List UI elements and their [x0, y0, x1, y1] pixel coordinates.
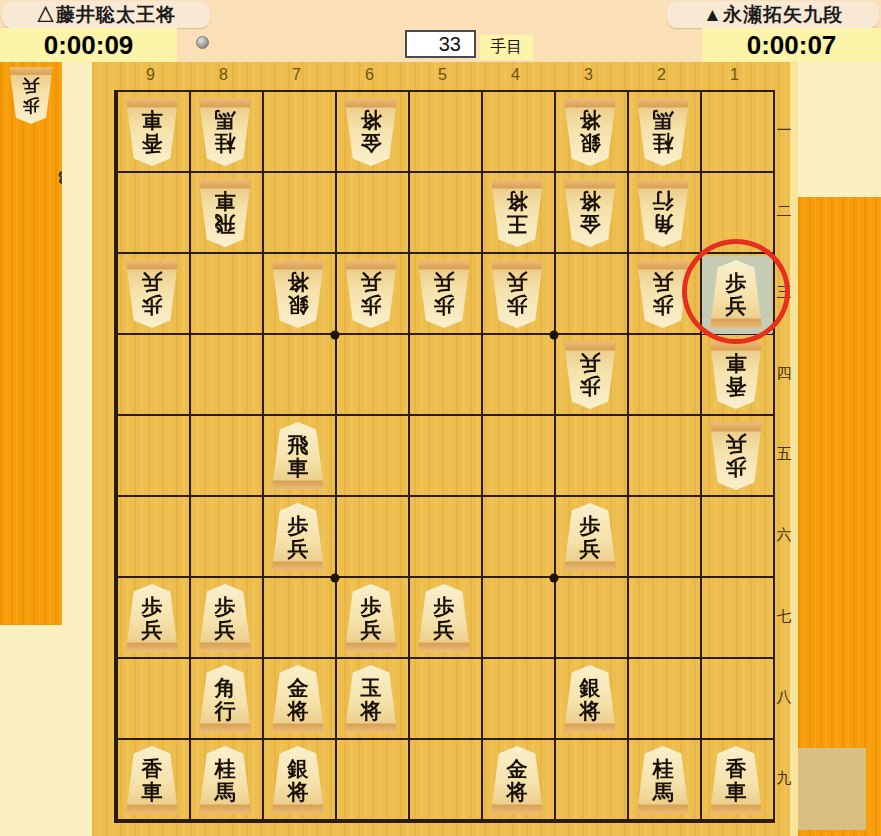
- left-gap-strip: [62, 62, 92, 836]
- move-suffix-label: 手目: [480, 35, 533, 60]
- shogi-piece-1九[interactable]: 香車: [707, 746, 765, 814]
- gote-clock: 0:00:09: [0, 28, 177, 62]
- shogi-board: 香車桂馬金将銀将桂馬飛車王将金将角行歩兵銀将歩兵歩兵歩兵歩兵歩兵歩兵香車飛車歩兵…: [92, 62, 790, 836]
- shogi-piece-9九[interactable]: 香車: [123, 746, 181, 814]
- shogi-piece-4九[interactable]: 金将: [488, 746, 546, 814]
- shogi-app: △藤井聡太王将 ▲永瀬拓矢九段 0:00:09 0:00:07 33 手目 歩兵…: [0, 0, 881, 836]
- shogi-piece-4三[interactable]: 歩兵: [488, 260, 546, 328]
- sente-hand-tray: [798, 748, 866, 830]
- file-label-9: 9: [141, 66, 161, 84]
- shogi-piece-6三[interactable]: 歩兵: [342, 260, 400, 328]
- shogi-piece-2一[interactable]: 桂馬: [634, 98, 692, 166]
- hoshi-dot: [331, 574, 340, 583]
- gote-hand-pawn[interactable]: 歩兵: [7, 67, 55, 124]
- sente-name-plate: ▲永瀬拓矢九段: [667, 1, 879, 28]
- rank-label-2: 二: [776, 202, 792, 221]
- shogi-piece-4二[interactable]: 王将: [488, 179, 546, 247]
- file-label-8: 8: [214, 66, 234, 84]
- shogi-piece-3一[interactable]: 銀将: [561, 98, 619, 166]
- rank-label-5: 五: [776, 445, 792, 464]
- gote-name-plate: △藤井聡太王将: [2, 1, 210, 28]
- shogi-piece-1四[interactable]: 香車: [707, 341, 765, 409]
- shogi-piece-8七[interactable]: 歩兵: [196, 584, 254, 652]
- shogi-piece-3八[interactable]: 銀将: [561, 665, 619, 733]
- last-move-circle: [682, 239, 790, 344]
- shogi-piece-3六[interactable]: 歩兵: [561, 503, 619, 571]
- move-number-box[interactable]: 33: [405, 30, 476, 58]
- file-label-7: 7: [287, 66, 307, 84]
- file-label-2: 2: [652, 66, 672, 84]
- shogi-piece-7六[interactable]: 歩兵: [269, 503, 327, 571]
- file-label-3: 3: [579, 66, 599, 84]
- shogi-piece-2二[interactable]: 角行: [634, 179, 692, 247]
- rank-label-4: 四: [776, 364, 792, 383]
- gote-hand-tray: 歩兵 3: [0, 62, 62, 625]
- shogi-piece-7九[interactable]: 銀将: [269, 746, 327, 814]
- move-indicator-ball: [196, 36, 209, 49]
- shogi-piece-3二[interactable]: 金将: [561, 179, 619, 247]
- hoshi-dot: [331, 331, 340, 340]
- rank-label-9: 九: [776, 769, 792, 788]
- shogi-piece-2九[interactable]: 桂馬: [634, 746, 692, 814]
- board-grid[interactable]: 香車桂馬金将銀将桂馬飛車王将金将角行歩兵銀将歩兵歩兵歩兵歩兵歩兵歩兵香車飛車歩兵…: [114, 90, 775, 823]
- hoshi-dot: [550, 574, 559, 583]
- shogi-piece-7五[interactable]: 飛車: [269, 422, 327, 490]
- hoshi-dot: [550, 331, 559, 340]
- rank-label-8: 八: [776, 688, 792, 707]
- shogi-piece-5三[interactable]: 歩兵: [415, 260, 473, 328]
- right-orange-panel: [798, 197, 881, 836]
- shogi-piece-8一[interactable]: 桂馬: [196, 98, 254, 166]
- shogi-piece-8八[interactable]: 角行: [196, 665, 254, 733]
- shogi-piece-9一[interactable]: 香車: [123, 98, 181, 166]
- shogi-piece-7三[interactable]: 銀将: [269, 260, 327, 328]
- file-label-1: 1: [725, 66, 745, 84]
- shogi-piece-1五[interactable]: 歩兵: [707, 422, 765, 490]
- shogi-piece-8二[interactable]: 飛車: [196, 179, 254, 247]
- rank-label-7: 七: [776, 607, 792, 626]
- shogi-piece-7八[interactable]: 金将: [269, 665, 327, 733]
- sente-clock: 0:00:07: [702, 28, 881, 62]
- right-upper-panel: [798, 62, 881, 197]
- right-panel: [798, 62, 881, 836]
- shogi-piece-6八[interactable]: 玉将: [342, 665, 400, 733]
- shogi-piece-6七[interactable]: 歩兵: [342, 584, 400, 652]
- file-label-6: 6: [360, 66, 380, 84]
- shogi-piece-5七[interactable]: 歩兵: [415, 584, 473, 652]
- file-label-4: 4: [506, 66, 526, 84]
- left-lower-panel: [0, 625, 62, 836]
- shogi-piece-8九[interactable]: 桂馬: [196, 746, 254, 814]
- shogi-piece-3四[interactable]: 歩兵: [561, 341, 619, 409]
- rank-label-1: 一: [776, 121, 792, 140]
- shogi-piece-9七[interactable]: 歩兵: [123, 584, 181, 652]
- shogi-piece-6一[interactable]: 金将: [342, 98, 400, 166]
- file-label-5: 5: [433, 66, 453, 84]
- rank-label-6: 六: [776, 526, 792, 545]
- shogi-piece-9三[interactable]: 歩兵: [123, 260, 181, 328]
